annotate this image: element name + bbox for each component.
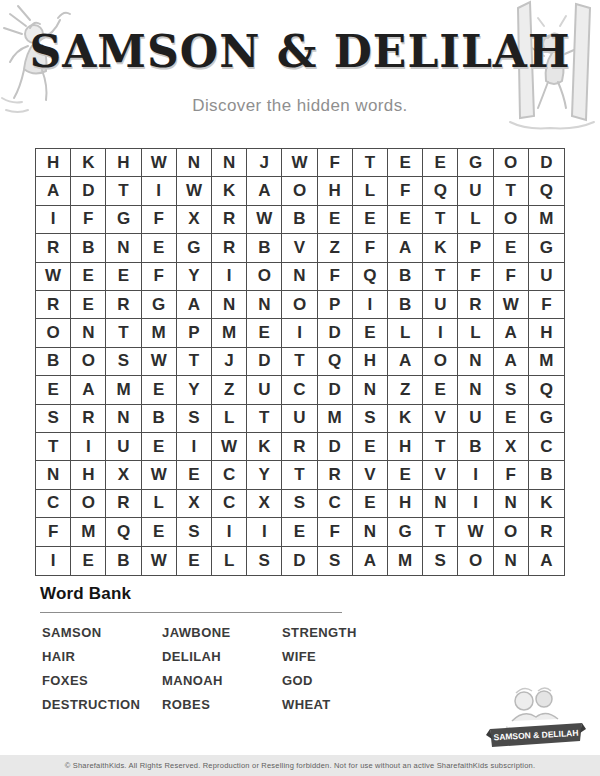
grid-cell[interactable]: P [177, 319, 212, 347]
grid-cell[interactable]: U [106, 433, 141, 461]
grid-cell[interactable]: N [494, 547, 529, 575]
grid-cell[interactable]: I [212, 263, 247, 291]
grid-cell[interactable]: I [142, 177, 177, 205]
grid-cell[interactable]: E [142, 433, 177, 461]
grid-cell[interactable]: C [212, 461, 247, 489]
grid-cell[interactable]: R [71, 405, 106, 433]
grid-cell[interactable]: C [212, 490, 247, 518]
grid-cell[interactable]: R [212, 206, 247, 234]
word-bank-item: HAIR [42, 650, 162, 664]
grid-cell[interactable]: E [423, 376, 458, 404]
grid-cell[interactable]: Z [318, 234, 353, 262]
grid-cell[interactable]: E [353, 319, 388, 347]
grid-cell[interactable]: U [247, 376, 282, 404]
grid-cell[interactable]: P [318, 291, 353, 319]
grid-cell[interactable]: R [36, 234, 71, 262]
grid-cell[interactable]: W [494, 291, 529, 319]
grid-cell[interactable]: T [177, 348, 212, 376]
grid-cell[interactable]: Q [353, 263, 388, 291]
grid-cell[interactable]: A [388, 348, 423, 376]
grid-cell[interactable]: S [177, 518, 212, 546]
word-bank-item: ROBES [162, 698, 282, 712]
grid-cell[interactable]: T [282, 348, 317, 376]
grid-cell[interactable]: N [458, 348, 493, 376]
grid-cell[interactable]: O [36, 319, 71, 347]
grid-cell[interactable]: K [247, 433, 282, 461]
grid-cell[interactable]: S [247, 547, 282, 575]
grid-cell[interactable]: C [318, 490, 353, 518]
grid-cell[interactable]: K [212, 177, 247, 205]
footer-bar: © SharefaithKids. All Rights Reserved. R… [0, 755, 600, 776]
grid-cell[interactable]: O [494, 518, 529, 546]
grid-cell[interactable]: X [494, 433, 529, 461]
grid-cell[interactable]: I [423, 319, 458, 347]
grid-cell[interactable]: N [353, 376, 388, 404]
grid-cell[interactable]: W [142, 149, 177, 177]
grid-cell[interactable]: E [71, 547, 106, 575]
grid-cell[interactable]: M [318, 405, 353, 433]
grid-cell[interactable]: K [71, 149, 106, 177]
page-title: SAMSON & DELILAH [0, 26, 600, 77]
grid-cell[interactable]: W [177, 177, 212, 205]
grid-cell[interactable]: R [458, 291, 493, 319]
grid-cell[interactable]: E [388, 461, 423, 489]
grid-cell[interactable]: I [177, 433, 212, 461]
word-bank: Word Bank SAMSONHAIRFOXESDESTRUCTIONJAWB… [40, 584, 560, 722]
grid-cell[interactable]: U [458, 177, 493, 205]
grid-cell[interactable]: N [106, 405, 141, 433]
grid-cell[interactable]: S [318, 547, 353, 575]
word-bank-item: SAMSON [42, 626, 162, 640]
grid-cell[interactable]: W [458, 518, 493, 546]
grid-cell[interactable]: H [529, 319, 564, 347]
grid-cell[interactable]: E [71, 291, 106, 319]
grid-cell[interactable]: W [282, 149, 317, 177]
grid-cell[interactable]: N [212, 149, 247, 177]
word-bank-item: MANOAH [162, 674, 282, 688]
grid-cell[interactable]: G [458, 149, 493, 177]
grid-cell[interactable]: O [458, 547, 493, 575]
grid-cell[interactable]: N [247, 291, 282, 319]
grid-cell[interactable]: F [142, 206, 177, 234]
grid-cell[interactable]: A [494, 319, 529, 347]
grid-cell[interactable]: S [282, 490, 317, 518]
grid-cell[interactable]: N [177, 149, 212, 177]
grid-cell[interactable]: Q [529, 177, 564, 205]
word-bank-item: STRENGTH [282, 626, 402, 640]
grid-cell[interactable]: X [106, 461, 141, 489]
grid-cell[interactable]: R [212, 234, 247, 262]
grid-cell[interactable]: C [36, 490, 71, 518]
grid-cell[interactable]: F [318, 518, 353, 546]
grid-cell[interactable]: V [423, 461, 458, 489]
grid-cell[interactable]: Y [177, 376, 212, 404]
grid-cell[interactable]: B [36, 348, 71, 376]
grid-cell[interactable]: B [106, 547, 141, 575]
word-bank-item: GOD [282, 674, 402, 688]
word-bank-divider [40, 612, 342, 613]
grid-cell[interactable]: Q [423, 177, 458, 205]
grid-cell[interactable]: O [282, 291, 317, 319]
grid-cell[interactable]: N [212, 291, 247, 319]
word-bank-heading: Word Bank [40, 584, 560, 604]
grid-cell[interactable]: F [71, 206, 106, 234]
word-bank-item: JAWBONE [162, 626, 282, 640]
grid-cell[interactable]: K [529, 490, 564, 518]
grid-cell[interactable]: B [71, 234, 106, 262]
word-bank-item: WHEAT [282, 698, 402, 712]
grid-cell[interactable]: G [177, 234, 212, 262]
grid-cell[interactable]: T [106, 319, 141, 347]
grid-cell[interactable]: D [318, 376, 353, 404]
grid-cell[interactable]: L [212, 547, 247, 575]
grid-cell[interactable]: U [282, 405, 317, 433]
grid-cell[interactable]: B [247, 234, 282, 262]
grid-cell[interactable]: W [142, 348, 177, 376]
grid-cell[interactable]: D [247, 348, 282, 376]
grid-cell[interactable]: S [36, 405, 71, 433]
grid-cell[interactable]: M [388, 547, 423, 575]
grid-cell[interactable]: G [142, 291, 177, 319]
grid-cell[interactable]: X [247, 490, 282, 518]
grid-cell[interactable]: N [282, 263, 317, 291]
grid-cell[interactable]: Q [529, 376, 564, 404]
grid-cell[interactable]: A [494, 348, 529, 376]
word-bank-column: JAWBONEDELILAHMANOAHROBES [162, 626, 282, 722]
grid-cell[interactable]: H [388, 490, 423, 518]
grid-cell[interactable]: N [494, 490, 529, 518]
grid-cell[interactable]: T [247, 405, 282, 433]
grid-cell[interactable]: S [177, 405, 212, 433]
grid-cell[interactable]: L [458, 319, 493, 347]
grid-cell[interactable]: T [423, 433, 458, 461]
grid-cell[interactable]: I [36, 206, 71, 234]
grid-cell[interactable]: H [388, 433, 423, 461]
grid-cell[interactable]: Z [388, 376, 423, 404]
grid-cell[interactable]: L [388, 319, 423, 347]
grid-cell[interactable]: E [494, 234, 529, 262]
grid-cell[interactable]: M [142, 319, 177, 347]
grid-cell[interactable]: E [142, 234, 177, 262]
grid-cell[interactable]: J [212, 348, 247, 376]
grid-cell[interactable]: H [318, 177, 353, 205]
grid-cell[interactable]: U [423, 291, 458, 319]
grid-cell[interactable]: L [353, 177, 388, 205]
grid-cell[interactable]: E [353, 433, 388, 461]
grid-cell[interactable]: Z [212, 376, 247, 404]
grid-cell[interactable]: T [494, 177, 529, 205]
grid-cell[interactable]: T [423, 518, 458, 546]
grid-cell[interactable]: F [353, 234, 388, 262]
grid-cell[interactable]: T [423, 263, 458, 291]
grid-cell[interactable]: E [177, 461, 212, 489]
word-bank-item: FOXES [42, 674, 162, 688]
grid-cell[interactable]: W [247, 206, 282, 234]
grid-cell[interactable]: D [71, 177, 106, 205]
grid-cell[interactable]: L [142, 490, 177, 518]
grid-cell[interactable]: A [353, 547, 388, 575]
grid-cell[interactable]: P [458, 234, 493, 262]
grid-cell[interactable]: F [36, 518, 71, 546]
grid-cell[interactable]: R [529, 518, 564, 546]
grid-cell[interactable]: N [423, 490, 458, 518]
grid-cell[interactable]: B [529, 461, 564, 489]
grid-cell[interactable]: L [212, 405, 247, 433]
grid-cell[interactable]: B [388, 263, 423, 291]
grid-cell[interactable]: Q [106, 518, 141, 546]
grid-cell[interactable]: I [36, 547, 71, 575]
grid-cell[interactable]: O [282, 177, 317, 205]
grid-cell[interactable]: E [142, 376, 177, 404]
grid-cell[interactable]: J [247, 149, 282, 177]
grid-cell[interactable]: S [106, 348, 141, 376]
word-search-grid: HKHWNNJWFTEEGODADTIWKAOHLFQUTQIFGFXRWBEE… [35, 148, 565, 576]
grid-cell[interactable]: M [212, 319, 247, 347]
grid-cell[interactable]: R [318, 461, 353, 489]
grid-cell[interactable]: U [529, 263, 564, 291]
grid-cell[interactable]: S [353, 405, 388, 433]
grid-cell[interactable]: E [71, 263, 106, 291]
grid-cell[interactable]: G [388, 518, 423, 546]
grid-cell[interactable]: R [36, 291, 71, 319]
grid-cell[interactable]: R [106, 291, 141, 319]
word-bank-item: DESTRUCTION [42, 698, 162, 712]
grid-cell[interactable]: A [36, 177, 71, 205]
grid-cell[interactable]: M [106, 376, 141, 404]
grid-cell[interactable]: N [71, 319, 106, 347]
grid-cell[interactable]: D [318, 433, 353, 461]
grid-cell[interactable]: H [71, 461, 106, 489]
grid-cell[interactable]: V [282, 234, 317, 262]
grid-cell[interactable]: E [282, 518, 317, 546]
grid-cell[interactable]: R [282, 433, 317, 461]
grid-cell[interactable]: W [212, 433, 247, 461]
grid-cell[interactable]: O [247, 263, 282, 291]
grid-cell[interactable]: E [177, 547, 212, 575]
grid-cell[interactable]: U [458, 405, 493, 433]
grid-cell[interactable]: D [282, 547, 317, 575]
grid-cell[interactable]: A [177, 291, 212, 319]
grid-cell[interactable]: B [458, 433, 493, 461]
grid-cell[interactable]: E [388, 149, 423, 177]
grid-cell[interactable]: E [494, 405, 529, 433]
grid-cell[interactable]: C [282, 376, 317, 404]
grid-cell[interactable]: W [142, 547, 177, 575]
grid-cell[interactable]: V [423, 405, 458, 433]
grid-cell[interactable]: H [36, 149, 71, 177]
word-bank-column: SAMSONHAIRFOXESDESTRUCTION [42, 626, 162, 722]
grid-cell[interactable]: O [423, 348, 458, 376]
grid-cell[interactable]: M [529, 206, 564, 234]
grid-cell[interactable]: F [318, 263, 353, 291]
grid-cell[interactable]: G [106, 206, 141, 234]
grid-cell[interactable]: M [71, 518, 106, 546]
grid-cell[interactable]: O [71, 490, 106, 518]
grid-cell[interactable]: B [282, 206, 317, 234]
word-bank-item: WIFE [282, 650, 402, 664]
grid-cell[interactable]: N [106, 234, 141, 262]
grid-cell[interactable]: X [177, 206, 212, 234]
grid-cell[interactable]: E [423, 149, 458, 177]
grid-cell[interactable]: V [353, 461, 388, 489]
grid-cell[interactable]: N [36, 461, 71, 489]
grid-cell[interactable]: O [494, 149, 529, 177]
grid-cell[interactable]: E [247, 319, 282, 347]
grid-cell[interactable]: F [494, 263, 529, 291]
word-bank-columns: SAMSONHAIRFOXESDESTRUCTIONJAWBONEDELILAH… [40, 626, 560, 722]
grid-cell[interactable]: E [353, 490, 388, 518]
grid-cell[interactable]: E [36, 376, 71, 404]
grid-cell[interactable]: A [247, 177, 282, 205]
grid-cell[interactable]: O [71, 348, 106, 376]
grid-cell[interactable]: I [458, 490, 493, 518]
grid-cell[interactable]: I [247, 518, 282, 546]
grid-cell[interactable]: I [353, 291, 388, 319]
grid-cell[interactable]: T [36, 433, 71, 461]
grid-cell[interactable]: K [423, 234, 458, 262]
grid-cell[interactable]: M [529, 348, 564, 376]
grid-cell[interactable]: I [458, 461, 493, 489]
grid-cell[interactable]: H [106, 149, 141, 177]
grid-cell[interactable]: D [529, 149, 564, 177]
grid-cell[interactable]: E [142, 518, 177, 546]
grid-cell[interactable]: F [458, 263, 493, 291]
grid-cell[interactable]: T [106, 177, 141, 205]
grid-cell[interactable]: Y [177, 263, 212, 291]
grid-cell[interactable]: O [494, 206, 529, 234]
grid-cell[interactable]: A [71, 376, 106, 404]
grid-cell[interactable]: A [529, 547, 564, 575]
grid-cell[interactable]: E [388, 206, 423, 234]
grid-cell[interactable]: G [529, 234, 564, 262]
grid-cell[interactable]: N [458, 376, 493, 404]
grid-cell[interactable]: S [494, 376, 529, 404]
copyright-text: © SharefaithKids. All Rights Reserved. R… [65, 761, 535, 770]
grid-cell[interactable]: F [388, 177, 423, 205]
grid-cell[interactable]: A [388, 234, 423, 262]
grid-cell[interactable]: I [71, 433, 106, 461]
word-bank-item: DELILAH [162, 650, 282, 664]
grid-cell[interactable]: I [212, 518, 247, 546]
grid-cell[interactable]: B [142, 405, 177, 433]
grid-cell[interactable]: W [36, 263, 71, 291]
grid-cell[interactable]: F [142, 263, 177, 291]
grid-cell[interactable]: B [388, 291, 423, 319]
page-subtitle: Discover the hidden words. [0, 96, 600, 116]
grid-cell[interactable]: F [529, 291, 564, 319]
grid-cell[interactable]: I [282, 319, 317, 347]
grid-cell[interactable]: H [353, 348, 388, 376]
grid-cell[interactable]: C [529, 433, 564, 461]
grid-cell[interactable]: W [142, 461, 177, 489]
grid-cell[interactable]: G [529, 405, 564, 433]
grid-cell[interactable]: E [106, 263, 141, 291]
grid-cell[interactable]: T [353, 149, 388, 177]
grid-cell[interactable]: E [318, 206, 353, 234]
grid-cell[interactable]: F [318, 149, 353, 177]
sharefaith-kids-logo: SAMSON & DELILAH [486, 683, 586, 751]
word-bank-column: STRENGTHWIFEGODWHEAT [282, 626, 402, 722]
grid-cell[interactable]: L [458, 206, 493, 234]
grid-cell[interactable]: Q [318, 348, 353, 376]
grid-cell[interactable]: T [282, 461, 317, 489]
grid-cell[interactable]: E [353, 206, 388, 234]
grid-cell[interactable]: N [353, 518, 388, 546]
grid-cell[interactable]: R [106, 490, 141, 518]
grid-cell[interactable]: K [388, 405, 423, 433]
grid-cell[interactable]: D [318, 319, 353, 347]
grid-cell[interactable]: F [494, 461, 529, 489]
grid-cell[interactable]: T [423, 206, 458, 234]
grid-cell[interactable]: S [423, 547, 458, 575]
grid-cell[interactable]: X [177, 490, 212, 518]
grid-cell[interactable]: Y [247, 461, 282, 489]
